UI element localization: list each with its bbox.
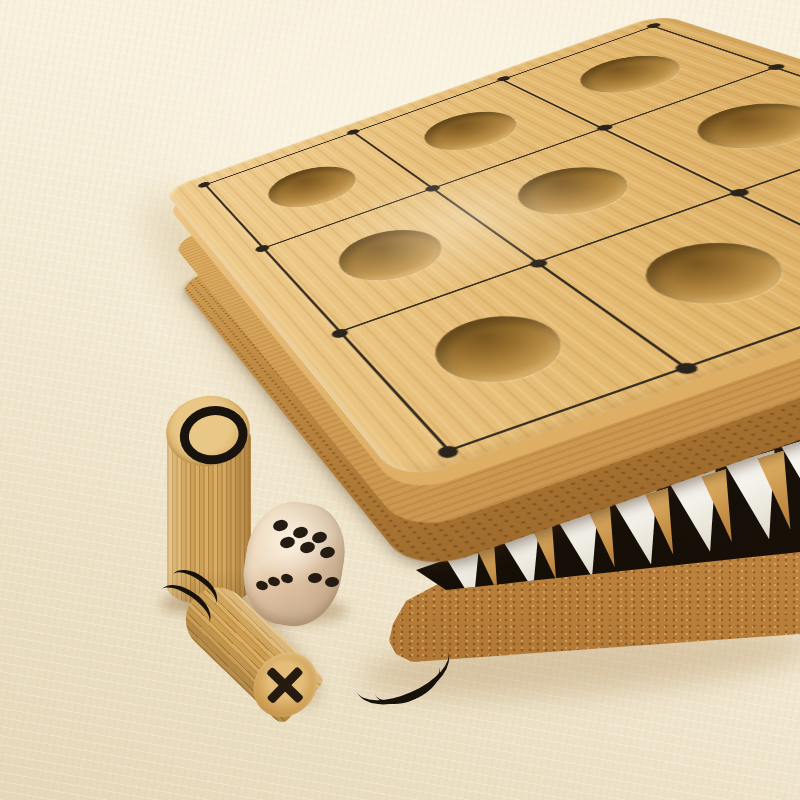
peg-hole [409, 104, 534, 158]
peg-hole [675, 95, 800, 158]
x-peg-end-face [240, 640, 330, 731]
product-photo-scene [0, 0, 800, 800]
backgammon-point-wood [531, 525, 568, 583]
peg-hole [621, 231, 800, 317]
die-body [236, 495, 352, 633]
peg-hole [414, 304, 586, 396]
die[interactable] [243, 500, 345, 628]
peg-hole [563, 49, 700, 100]
